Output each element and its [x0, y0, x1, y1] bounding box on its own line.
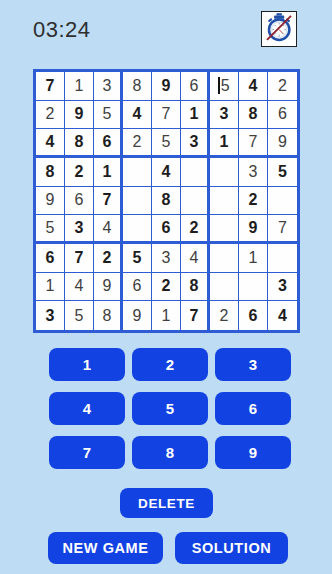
user-digit: 3 — [249, 164, 258, 180]
cell-r9c1[interactable]: 3 — [36, 301, 65, 330]
user-digit: 5 — [46, 220, 55, 236]
cell-r2c2[interactable]: 9 — [65, 101, 94, 130]
cell-r4c1[interactable]: 8 — [36, 158, 65, 187]
cell-r7c3[interactable]: 2 — [94, 244, 123, 273]
cell-r3c6[interactable]: 3 — [181, 129, 210, 158]
delete-button[interactable]: DELETE — [120, 488, 213, 518]
cell-r8c9[interactable]: 3 — [268, 273, 297, 302]
given-digit: 3 — [278, 278, 287, 294]
user-digit: 9 — [46, 192, 55, 208]
given-digit: 2 — [190, 220, 199, 236]
cell-r1c1[interactable]: 7 — [36, 72, 65, 101]
user-digit: 7 — [278, 220, 287, 236]
cell-r3c7[interactable]: 1 — [210, 129, 239, 158]
cell-r5c3[interactable]: 7 — [94, 187, 123, 216]
cell-r6c1[interactable]: 5 — [36, 215, 65, 244]
cell-r6c5[interactable]: 6 — [152, 215, 181, 244]
cell-r7c7[interactable] — [210, 244, 239, 273]
cell-r5c7[interactable] — [210, 187, 239, 216]
cell-r8c2[interactable]: 4 — [65, 273, 94, 302]
cell-r2c3[interactable]: 5 — [94, 101, 123, 130]
user-digit: 2 — [220, 308, 229, 324]
cell-r4c9[interactable]: 5 — [268, 158, 297, 187]
user-digit: 8 — [133, 78, 142, 94]
given-digit: 8 — [75, 134, 84, 150]
user-digit: 6 — [278, 106, 287, 122]
cell-r4c7[interactable] — [210, 158, 239, 187]
cell-r3c8[interactable]: 7 — [239, 129, 268, 158]
cell-r1c2[interactable]: 1 — [65, 72, 94, 101]
cell-r1c3[interactable]: 3 — [94, 72, 123, 101]
timer-toggle-button[interactable] — [261, 11, 297, 47]
cell-r9c4[interactable]: 9 — [123, 301, 152, 330]
cell-r1c9[interactable]: 2 — [268, 72, 297, 101]
key-6-button[interactable]: 6 — [215, 392, 291, 425]
cell-r3c5[interactable]: 5 — [152, 129, 181, 158]
given-digit: 9 — [162, 78, 171, 94]
user-digit: 2 — [133, 134, 142, 150]
given-digit: 4 — [133, 106, 142, 122]
cell-r7c4[interactable]: 5 — [123, 244, 152, 273]
key-8-button[interactable]: 8 — [132, 436, 208, 469]
given-digit: 3 — [190, 134, 199, 150]
cell-r5c8[interactable]: 2 — [239, 187, 268, 216]
cell-r9c7[interactable]: 2 — [210, 301, 239, 330]
cell-r5c6[interactable] — [181, 187, 210, 216]
given-digit: 8 — [249, 106, 258, 122]
cell-r8c4[interactable]: 6 — [123, 273, 152, 302]
cell-r8c6[interactable]: 8 — [181, 273, 210, 302]
given-digit: 5 — [133, 250, 142, 266]
cell-r7c9[interactable] — [268, 244, 297, 273]
cell-r7c8[interactable]: 1 — [239, 244, 268, 273]
cell-r5c4[interactable] — [123, 187, 152, 216]
cell-r8c7[interactable] — [210, 273, 239, 302]
solution-button[interactable]: SOLUTION — [175, 532, 288, 564]
key-2-button[interactable]: 2 — [132, 348, 208, 381]
given-digit: 8 — [190, 278, 199, 294]
given-digit: 9 — [249, 220, 258, 236]
user-digit: 1 — [46, 278, 55, 294]
cell-r4c4[interactable] — [123, 158, 152, 187]
given-digit: 9 — [75, 106, 84, 122]
cell-r2c8[interactable]: 8 — [239, 101, 268, 130]
text-cursor — [218, 77, 220, 94]
cell-r2c7[interactable]: 3 — [210, 101, 239, 130]
cell-r2c6[interactable]: 1 — [181, 101, 210, 130]
key-9-button[interactable]: 9 — [215, 436, 291, 469]
game-timer: 03:24 — [33, 17, 91, 43]
cell-r7c6[interactable]: 4 — [181, 244, 210, 273]
user-digit: 2 — [278, 78, 287, 94]
number-keypad: 123456789 — [49, 348, 291, 469]
user-digit: 4 — [75, 278, 84, 294]
user-digit: 1 — [162, 308, 171, 324]
cell-r5c1[interactable]: 9 — [36, 187, 65, 216]
cell-r3c3[interactable]: 6 — [94, 129, 123, 158]
cell-r6c3[interactable]: 4 — [94, 215, 123, 244]
cell-r6c6[interactable]: 2 — [181, 215, 210, 244]
given-digit: 2 — [249, 192, 258, 208]
user-digit: 9 — [133, 308, 142, 324]
user-digit: 5 — [75, 308, 84, 324]
sudoku-grid: 7138965422954713864862531798214359678253… — [33, 69, 300, 333]
cell-r1c7[interactable]: 5 — [210, 72, 239, 101]
given-digit: 6 — [103, 134, 112, 150]
user-digit: 8 — [103, 308, 112, 324]
user-digit: 1 — [249, 250, 258, 266]
given-digit: 2 — [162, 278, 171, 294]
cell-r5c5[interactable]: 8 — [152, 187, 181, 216]
cell-r4c2[interactable]: 2 — [65, 158, 94, 187]
given-digit: 1 — [103, 164, 112, 180]
given-digit: 7 — [75, 250, 84, 266]
given-digit: 7 — [103, 192, 112, 208]
cell-r4c6[interactable] — [181, 158, 210, 187]
cell-r5c9[interactable] — [268, 187, 297, 216]
given-digit: 4 — [46, 134, 55, 150]
given-digit: 6 — [249, 308, 258, 324]
cell-r6c9[interactable]: 7 — [268, 215, 297, 244]
user-digit: 3 — [103, 78, 112, 94]
given-digit: 2 — [103, 250, 112, 266]
given-digit: 7 — [190, 308, 199, 324]
given-digit: 3 — [220, 106, 229, 122]
given-digit: 4 — [278, 308, 287, 324]
given-digit: 7 — [46, 78, 55, 94]
given-digit: 3 — [46, 308, 55, 324]
cell-r8c3[interactable]: 9 — [94, 273, 123, 302]
user-digit: 5 — [103, 106, 112, 122]
cell-r6c4[interactable] — [123, 215, 152, 244]
given-digit: 3 — [75, 220, 84, 236]
cell-r2c9[interactable]: 6 — [268, 101, 297, 130]
key-1-button[interactable]: 1 — [49, 348, 125, 381]
cell-r1c4[interactable]: 8 — [123, 72, 152, 101]
given-digit: 2 — [75, 164, 84, 180]
given-digit: 1 — [190, 106, 199, 122]
cell-r6c8[interactable]: 9 — [239, 215, 268, 244]
cell-r6c7[interactable] — [210, 215, 239, 244]
key-5-button[interactable]: 5 — [132, 392, 208, 425]
user-digit: 5 — [221, 78, 230, 94]
cell-r6c2[interactable]: 3 — [65, 215, 94, 244]
user-digit: 3 — [162, 250, 171, 266]
user-digit: 9 — [103, 278, 112, 294]
user-digit: 6 — [190, 78, 199, 94]
cell-r9c3[interactable]: 8 — [94, 301, 123, 330]
cell-r3c2[interactable]: 8 — [65, 129, 94, 158]
cell-r9c9[interactable]: 4 — [268, 301, 297, 330]
given-digit: 6 — [162, 220, 171, 236]
cell-r1c6[interactable]: 6 — [181, 72, 210, 101]
cell-r8c5[interactable]: 2 — [152, 273, 181, 302]
cell-r2c5[interactable]: 7 — [152, 101, 181, 130]
cell-r9c5[interactable]: 1 — [152, 301, 181, 330]
cell-r1c8[interactable]: 4 — [239, 72, 268, 101]
key-3-button[interactable]: 3 — [215, 348, 291, 381]
key-4-button[interactable]: 4 — [49, 392, 125, 425]
cell-r4c3[interactable]: 1 — [94, 158, 123, 187]
user-digit: 4 — [103, 220, 112, 236]
new-game-button[interactable]: NEW GAME — [48, 532, 163, 564]
given-digit: 4 — [162, 164, 171, 180]
user-digit: 4 — [190, 250, 199, 266]
cell-r3c1[interactable]: 4 — [36, 129, 65, 158]
cell-r2c4[interactable]: 4 — [123, 101, 152, 130]
cell-r9c6[interactable]: 7 — [181, 301, 210, 330]
user-digit: 7 — [162, 106, 171, 122]
user-digit: 7 — [249, 134, 258, 150]
user-digit: 9 — [278, 134, 287, 150]
cell-r8c8[interactable] — [239, 273, 268, 302]
user-digit: 6 — [75, 192, 84, 208]
cell-r1c5[interactable]: 9 — [152, 72, 181, 101]
user-digit: 1 — [75, 78, 84, 94]
user-digit: 5 — [162, 134, 171, 150]
given-digit: 6 — [46, 250, 55, 266]
cell-r7c5[interactable]: 3 — [152, 244, 181, 273]
given-digit: 8 — [162, 192, 171, 208]
given-digit: 8 — [46, 164, 55, 180]
cell-r4c5[interactable]: 4 — [152, 158, 181, 187]
cell-r7c2[interactable]: 7 — [65, 244, 94, 273]
key-7-button[interactable]: 7 — [49, 436, 125, 469]
cell-r7c1[interactable]: 6 — [36, 244, 65, 273]
given-digit: 1 — [220, 134, 229, 150]
cell-r4c8[interactable]: 3 — [239, 158, 268, 187]
cell-r3c9[interactable]: 9 — [268, 129, 297, 158]
cell-r5c2[interactable]: 6 — [65, 187, 94, 216]
cell-r9c2[interactable]: 5 — [65, 301, 94, 330]
cell-r9c8[interactable]: 6 — [239, 301, 268, 330]
cell-r8c1[interactable]: 1 — [36, 273, 65, 302]
given-digit: 5 — [278, 164, 287, 180]
stopwatch-disabled-icon — [263, 11, 295, 47]
cell-r2c1[interactable]: 2 — [36, 101, 65, 130]
given-digit: 4 — [249, 78, 258, 94]
user-digit: 6 — [133, 278, 142, 294]
cell-r3c4[interactable]: 2 — [123, 129, 152, 158]
user-digit: 2 — [46, 106, 55, 122]
